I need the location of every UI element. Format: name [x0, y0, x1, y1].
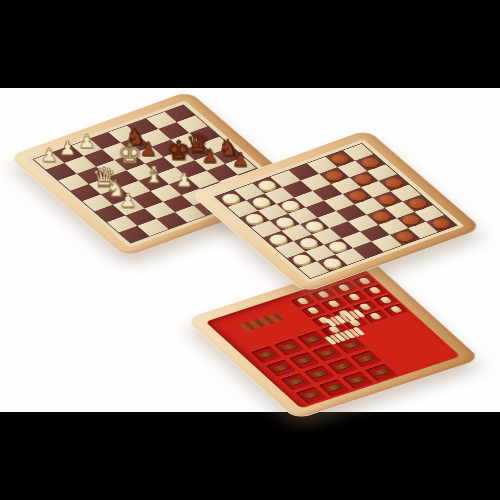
stored-light-chess-piece: [337, 284, 350, 292]
stored-light-chess-piece: [389, 306, 402, 314]
piece-slot: [327, 358, 359, 376]
piece-slot: [365, 364, 397, 382]
stored-light-chess-piece: [327, 300, 340, 308]
board-square: [360, 225, 390, 242]
stored-dark-chess-piece: [295, 356, 313, 364]
piece-slot: [363, 310, 388, 323]
piece-slot: [289, 352, 321, 370]
piece-slot: [350, 350, 382, 368]
stored-light-chess-piece: [358, 303, 371, 311]
piece-slot: [274, 338, 306, 356]
board-square: [312, 184, 342, 201]
stored-dark-chess-piece: [357, 355, 375, 363]
stored-dark-chess-piece: [272, 364, 290, 372]
stored-dark-chess-piece: [304, 335, 322, 343]
stored-dark-chess-piece: [334, 362, 352, 370]
piece-slot: [265, 359, 297, 377]
stored-dark-chess-piece: [280, 343, 298, 351]
stored-dark-chess-piece: [342, 341, 360, 349]
stored-light-chess-piece: [369, 313, 382, 321]
product-photo: ♟♟♟♚♛♞♝♟♟♞♟♚♛♟♞♟: [0, 0, 500, 500]
piece-slot: [319, 379, 351, 397]
stored-dark-chess-piece: [325, 384, 343, 392]
stored-dark-chess-piece: [372, 368, 390, 376]
stored-light-chess-piece: [358, 277, 371, 285]
stored-dark-chess-piece: [310, 370, 328, 378]
stored-light-chess-piece: [297, 297, 310, 305]
stored-dark-chess-piece: [302, 391, 320, 399]
piece-slot: [280, 373, 312, 391]
stored-dark-chess-piece: [349, 376, 367, 384]
stored-light-chess-piece: [348, 293, 361, 301]
board-square: [239, 210, 269, 227]
piece-slot: [312, 344, 344, 362]
stored-light-chess-piece: [379, 296, 392, 304]
piece-slot: [304, 365, 336, 383]
stored-dark-chess-piece: [319, 349, 337, 357]
piece-slot: [383, 303, 408, 316]
stored-light-chess-piece: [307, 307, 320, 315]
board-square: [378, 218, 408, 235]
piece-slot: [335, 336, 367, 354]
piece-slot: [342, 371, 374, 389]
board-square: [353, 242, 383, 259]
piece-slot: [250, 346, 282, 364]
stored-light-chess-piece: [317, 290, 330, 298]
board-square: [305, 245, 335, 262]
stored-light-chess-piece: [368, 287, 381, 295]
chess-piece-glyph: ♟: [140, 139, 157, 158]
dark-checker-stack: [239, 313, 284, 333]
stored-dark-chess-piece: [287, 378, 305, 386]
piece-slot: [295, 387, 327, 405]
stored-dark-chess-piece: [257, 350, 275, 358]
